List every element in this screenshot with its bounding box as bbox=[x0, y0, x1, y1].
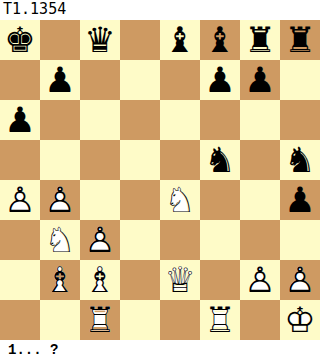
piece-white-pawn: ♟♙ bbox=[280, 260, 320, 300]
white-piece-outline: ♙ bbox=[40, 180, 80, 220]
piece-black-rook: ♜ bbox=[240, 20, 280, 60]
square-f5[interactable]: ♞ bbox=[200, 140, 240, 180]
white-piece-outline: ♕ bbox=[160, 260, 200, 300]
square-a5[interactable] bbox=[0, 140, 40, 180]
square-e8[interactable]: ♝ bbox=[160, 20, 200, 60]
white-piece-outline: ♗ bbox=[80, 260, 120, 300]
square-f6[interactable] bbox=[200, 100, 240, 140]
square-e5[interactable] bbox=[160, 140, 200, 180]
piece-black-pawn: ♟ bbox=[40, 60, 80, 100]
square-e6[interactable] bbox=[160, 100, 200, 140]
square-a8[interactable]: ♚ bbox=[0, 20, 40, 60]
square-h8[interactable]: ♜ bbox=[280, 20, 320, 60]
square-f3[interactable] bbox=[200, 220, 240, 260]
square-d3[interactable] bbox=[120, 220, 160, 260]
square-e4[interactable]: ♞♘ bbox=[160, 180, 200, 220]
square-a6[interactable]: ♟ bbox=[0, 100, 40, 140]
square-h7[interactable] bbox=[280, 60, 320, 100]
square-a3[interactable] bbox=[0, 220, 40, 260]
black-piece-glyph: ♜ bbox=[280, 20, 320, 60]
square-g7[interactable]: ♟ bbox=[240, 60, 280, 100]
piece-black-pawn: ♟ bbox=[200, 60, 240, 100]
square-c4[interactable] bbox=[80, 180, 120, 220]
square-g8[interactable]: ♜ bbox=[240, 20, 280, 60]
piece-white-bishop: ♝♗ bbox=[40, 260, 80, 300]
piece-black-bishop: ♝ bbox=[200, 20, 240, 60]
piece-white-rook: ♜♖ bbox=[80, 300, 120, 340]
piece-white-knight: ♞♘ bbox=[160, 180, 200, 220]
piece-black-king: ♚ bbox=[0, 20, 40, 60]
square-f8[interactable]: ♝ bbox=[200, 20, 240, 60]
white-piece-outline: ♙ bbox=[240, 260, 280, 300]
black-piece-glyph: ♟ bbox=[40, 60, 80, 100]
piece-black-bishop: ♝ bbox=[160, 20, 200, 60]
black-piece-glyph: ♟ bbox=[0, 100, 40, 140]
square-d6[interactable] bbox=[120, 100, 160, 140]
square-c6[interactable] bbox=[80, 100, 120, 140]
square-e7[interactable] bbox=[160, 60, 200, 100]
piece-black-rook: ♜ bbox=[280, 20, 320, 60]
piece-black-knight: ♞ bbox=[280, 140, 320, 180]
square-b6[interactable] bbox=[40, 100, 80, 140]
white-piece-outline: ♖ bbox=[200, 300, 240, 340]
black-piece-glyph: ♟ bbox=[200, 60, 240, 100]
piece-white-knight: ♞♘ bbox=[40, 220, 80, 260]
square-d4[interactable] bbox=[120, 180, 160, 220]
square-g1[interactable] bbox=[240, 300, 280, 340]
square-b2[interactable]: ♝♗ bbox=[40, 260, 80, 300]
square-c5[interactable] bbox=[80, 140, 120, 180]
square-h1[interactable]: ♚♔ bbox=[280, 300, 320, 340]
square-f1[interactable]: ♜♖ bbox=[200, 300, 240, 340]
square-e3[interactable] bbox=[160, 220, 200, 260]
piece-black-knight: ♞ bbox=[200, 140, 240, 180]
square-f7[interactable]: ♟ bbox=[200, 60, 240, 100]
square-g2[interactable]: ♟♙ bbox=[240, 260, 280, 300]
square-g4[interactable] bbox=[240, 180, 280, 220]
white-piece-outline: ♖ bbox=[80, 300, 120, 340]
piece-white-rook: ♜♖ bbox=[200, 300, 240, 340]
black-piece-glyph: ♚ bbox=[0, 20, 40, 60]
black-piece-glyph: ♝ bbox=[200, 20, 240, 60]
square-h4[interactable]: ♟ bbox=[280, 180, 320, 220]
black-piece-glyph: ♝ bbox=[160, 20, 200, 60]
move-prompt: 1... ? bbox=[0, 340, 320, 360]
white-piece-outline: ♙ bbox=[80, 220, 120, 260]
black-piece-glyph: ♟ bbox=[280, 180, 320, 220]
black-piece-glyph: ♞ bbox=[200, 140, 240, 180]
white-piece-outline: ♘ bbox=[160, 180, 200, 220]
square-e1[interactable] bbox=[160, 300, 200, 340]
piece-black-pawn: ♟ bbox=[280, 180, 320, 220]
square-g5[interactable] bbox=[240, 140, 280, 180]
white-piece-outline: ♔ bbox=[280, 300, 320, 340]
piece-black-pawn: ♟ bbox=[240, 60, 280, 100]
square-b4[interactable]: ♟♙ bbox=[40, 180, 80, 220]
square-c1[interactable]: ♜♖ bbox=[80, 300, 120, 340]
piece-black-queen: ♛ bbox=[80, 20, 120, 60]
square-e2[interactable]: ♛♕ bbox=[160, 260, 200, 300]
square-f2[interactable] bbox=[200, 260, 240, 300]
white-piece-outline: ♙ bbox=[280, 260, 320, 300]
puzzle-id: T1.1354 bbox=[0, 0, 320, 20]
white-piece-outline: ♙ bbox=[0, 180, 40, 220]
square-h2[interactable]: ♟♙ bbox=[280, 260, 320, 300]
piece-white-queen: ♛♕ bbox=[160, 260, 200, 300]
square-b8[interactable] bbox=[40, 20, 80, 60]
square-d7[interactable] bbox=[120, 60, 160, 100]
black-piece-glyph: ♞ bbox=[280, 140, 320, 180]
square-g3[interactable] bbox=[240, 220, 280, 260]
square-g6[interactable] bbox=[240, 100, 280, 140]
square-c2[interactable]: ♝♗ bbox=[80, 260, 120, 300]
square-d1[interactable] bbox=[120, 300, 160, 340]
piece-white-pawn: ♟♙ bbox=[40, 180, 80, 220]
piece-white-pawn: ♟♙ bbox=[0, 180, 40, 220]
square-a7[interactable] bbox=[0, 60, 40, 100]
black-piece-glyph: ♟ bbox=[240, 60, 280, 100]
square-h6[interactable] bbox=[280, 100, 320, 140]
square-d5[interactable] bbox=[120, 140, 160, 180]
piece-black-pawn: ♟ bbox=[0, 100, 40, 140]
square-d2[interactable] bbox=[120, 260, 160, 300]
square-b5[interactable] bbox=[40, 140, 80, 180]
square-h5[interactable]: ♞ bbox=[280, 140, 320, 180]
square-a1[interactable] bbox=[0, 300, 40, 340]
square-b3[interactable]: ♞♘ bbox=[40, 220, 80, 260]
square-a4[interactable]: ♟♙ bbox=[0, 180, 40, 220]
square-c7[interactable] bbox=[80, 60, 120, 100]
square-d8[interactable] bbox=[120, 20, 160, 60]
black-piece-glyph: ♜ bbox=[240, 20, 280, 60]
square-c8[interactable]: ♛ bbox=[80, 20, 120, 60]
square-c3[interactable]: ♟♙ bbox=[80, 220, 120, 260]
square-a2[interactable] bbox=[0, 260, 40, 300]
chess-board: ♚♛♝♝♜♜♟♟♟♟♞♞♟♙♟♙♞♘♟♞♘♟♙♝♗♝♗♛♕♟♙♟♙♜♖♜♖♚♔ bbox=[0, 20, 320, 340]
white-piece-outline: ♘ bbox=[40, 220, 80, 260]
piece-white-bishop: ♝♗ bbox=[80, 260, 120, 300]
black-piece-glyph: ♛ bbox=[80, 20, 120, 60]
piece-white-king: ♚♔ bbox=[280, 300, 320, 340]
piece-white-pawn: ♟♙ bbox=[80, 220, 120, 260]
white-piece-outline: ♗ bbox=[40, 260, 80, 300]
square-b7[interactable]: ♟ bbox=[40, 60, 80, 100]
square-h3[interactable] bbox=[280, 220, 320, 260]
square-b1[interactable] bbox=[40, 300, 80, 340]
square-f4[interactable] bbox=[200, 180, 240, 220]
piece-white-pawn: ♟♙ bbox=[240, 260, 280, 300]
